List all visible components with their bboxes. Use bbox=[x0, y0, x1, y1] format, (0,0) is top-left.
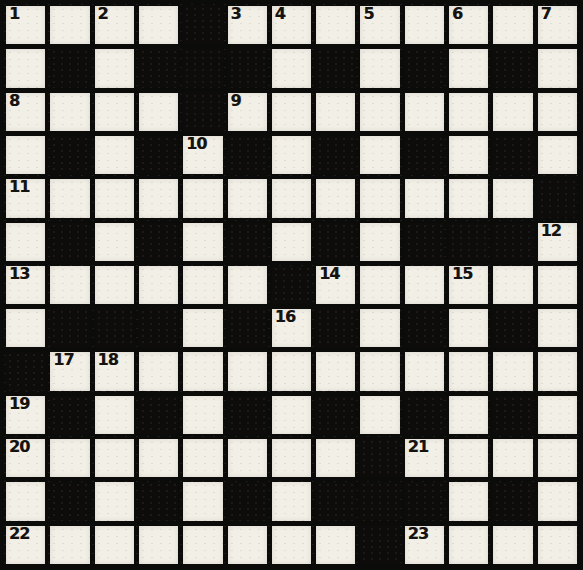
white-cell[interactable] bbox=[449, 482, 488, 520]
black-cell bbox=[139, 309, 178, 347]
black-cell bbox=[183, 6, 222, 44]
white-cell[interactable] bbox=[360, 309, 399, 347]
white-cell[interactable] bbox=[95, 526, 134, 564]
clue-number: 2 bbox=[98, 6, 108, 23]
black-cell bbox=[228, 223, 267, 261]
white-cell[interactable]: 15 bbox=[449, 266, 488, 304]
black-cell bbox=[493, 309, 532, 347]
white-cell[interactable]: 7 bbox=[538, 6, 577, 44]
white-cell[interactable] bbox=[6, 49, 45, 87]
clue-number: 10 bbox=[186, 136, 206, 153]
clue-number: 18 bbox=[98, 352, 118, 369]
white-cell[interactable] bbox=[95, 266, 134, 304]
white-cell[interactable] bbox=[95, 223, 134, 261]
white-cell[interactable] bbox=[6, 482, 45, 520]
black-cell bbox=[50, 309, 89, 347]
white-cell[interactable] bbox=[316, 526, 355, 564]
white-cell[interactable] bbox=[228, 352, 267, 390]
white-cell[interactable] bbox=[183, 352, 222, 390]
black-cell bbox=[139, 396, 178, 434]
white-cell[interactable] bbox=[316, 439, 355, 477]
white-cell[interactable] bbox=[449, 439, 488, 477]
white-cell[interactable] bbox=[183, 526, 222, 564]
white-cell[interactable] bbox=[449, 352, 488, 390]
white-cell[interactable] bbox=[95, 482, 134, 520]
clue-number: 15 bbox=[452, 266, 472, 283]
black-cell bbox=[228, 482, 267, 520]
white-cell[interactable] bbox=[316, 93, 355, 131]
white-cell[interactable] bbox=[272, 179, 311, 217]
white-cell[interactable] bbox=[405, 179, 444, 217]
white-cell[interactable]: 4 bbox=[272, 6, 311, 44]
clue-number: 12 bbox=[541, 223, 561, 240]
black-cell bbox=[183, 93, 222, 131]
white-cell[interactable]: 19 bbox=[6, 396, 45, 434]
white-cell[interactable]: 9 bbox=[228, 93, 267, 131]
white-cell[interactable] bbox=[139, 439, 178, 477]
white-cell[interactable] bbox=[316, 352, 355, 390]
black-cell bbox=[50, 136, 89, 174]
white-cell[interactable] bbox=[272, 93, 311, 131]
white-cell[interactable] bbox=[272, 136, 311, 174]
white-cell[interactable] bbox=[449, 526, 488, 564]
white-cell[interactable] bbox=[95, 439, 134, 477]
black-cell bbox=[405, 309, 444, 347]
white-cell[interactable] bbox=[183, 439, 222, 477]
white-cell[interactable] bbox=[493, 526, 532, 564]
white-cell[interactable] bbox=[405, 266, 444, 304]
clue-number: 7 bbox=[541, 6, 551, 23]
white-cell[interactable] bbox=[360, 179, 399, 217]
white-cell[interactable] bbox=[6, 223, 45, 261]
black-cell bbox=[139, 482, 178, 520]
black-cell bbox=[50, 49, 89, 87]
black-cell bbox=[405, 482, 444, 520]
black-cell bbox=[538, 179, 577, 217]
white-cell[interactable]: 16 bbox=[272, 309, 311, 347]
white-cell[interactable] bbox=[183, 396, 222, 434]
black-cell bbox=[449, 223, 488, 261]
crossword-puzzle: 1234567891011121314151617181920212223 bbox=[0, 0, 583, 570]
white-cell[interactable] bbox=[139, 93, 178, 131]
black-cell bbox=[405, 49, 444, 87]
white-cell[interactable] bbox=[405, 6, 444, 44]
white-cell[interactable] bbox=[272, 223, 311, 261]
white-cell[interactable] bbox=[183, 266, 222, 304]
black-cell bbox=[228, 396, 267, 434]
black-cell bbox=[493, 396, 532, 434]
white-cell[interactable] bbox=[228, 266, 267, 304]
white-cell[interactable]: 3 bbox=[228, 6, 267, 44]
white-cell[interactable] bbox=[228, 526, 267, 564]
white-cell[interactable] bbox=[139, 526, 178, 564]
white-cell[interactable] bbox=[272, 396, 311, 434]
white-cell[interactable] bbox=[6, 136, 45, 174]
black-cell bbox=[405, 223, 444, 261]
white-cell[interactable]: 2 bbox=[95, 6, 134, 44]
clue-number: 14 bbox=[319, 266, 339, 283]
clue-number: 8 bbox=[9, 93, 19, 110]
black-cell bbox=[493, 49, 532, 87]
white-cell[interactable]: 10 bbox=[183, 136, 222, 174]
white-cell[interactable] bbox=[493, 179, 532, 217]
black-cell bbox=[316, 482, 355, 520]
clue-number: 1 bbox=[9, 6, 19, 23]
black-cell bbox=[316, 136, 355, 174]
clue-number: 22 bbox=[9, 526, 29, 543]
clue-number: 6 bbox=[452, 6, 462, 23]
white-cell[interactable] bbox=[405, 93, 444, 131]
white-cell[interactable] bbox=[95, 179, 134, 217]
black-cell bbox=[139, 136, 178, 174]
clue-number: 19 bbox=[9, 396, 29, 413]
white-cell[interactable] bbox=[405, 352, 444, 390]
white-cell[interactable] bbox=[139, 6, 178, 44]
clue-number: 23 bbox=[408, 526, 428, 543]
black-cell bbox=[360, 526, 399, 564]
black-cell bbox=[95, 309, 134, 347]
white-cell[interactable] bbox=[449, 396, 488, 434]
white-cell[interactable] bbox=[272, 526, 311, 564]
white-cell[interactable] bbox=[538, 93, 577, 131]
white-cell[interactable] bbox=[95, 396, 134, 434]
clue-number: 4 bbox=[275, 6, 285, 23]
black-cell bbox=[272, 266, 311, 304]
black-cell bbox=[493, 223, 532, 261]
black-cell bbox=[360, 439, 399, 477]
white-cell[interactable] bbox=[228, 439, 267, 477]
white-cell[interactable] bbox=[139, 352, 178, 390]
white-cell[interactable] bbox=[272, 49, 311, 87]
white-cell[interactable] bbox=[50, 439, 89, 477]
white-cell[interactable]: 18 bbox=[95, 352, 134, 390]
clue-number: 16 bbox=[275, 309, 295, 326]
white-cell[interactable]: 22 bbox=[6, 526, 45, 564]
black-cell bbox=[139, 49, 178, 87]
black-cell bbox=[228, 49, 267, 87]
white-cell[interactable]: 13 bbox=[6, 266, 45, 304]
clue-number: 9 bbox=[231, 93, 241, 110]
white-cell[interactable] bbox=[95, 49, 134, 87]
white-cell[interactable] bbox=[50, 266, 89, 304]
black-cell bbox=[183, 49, 222, 87]
white-cell[interactable] bbox=[538, 136, 577, 174]
white-cell[interactable]: 6 bbox=[449, 6, 488, 44]
white-cell[interactable] bbox=[272, 352, 311, 390]
white-cell[interactable]: 5 bbox=[360, 6, 399, 44]
white-cell[interactable] bbox=[360, 266, 399, 304]
white-cell[interactable] bbox=[272, 482, 311, 520]
white-cell[interactable] bbox=[449, 179, 488, 217]
clue-number: 13 bbox=[9, 266, 29, 283]
black-cell bbox=[50, 482, 89, 520]
black-cell bbox=[316, 396, 355, 434]
white-cell[interactable] bbox=[449, 49, 488, 87]
white-cell[interactable] bbox=[538, 526, 577, 564]
white-cell[interactable] bbox=[493, 266, 532, 304]
white-cell[interactable] bbox=[493, 93, 532, 131]
clue-number: 20 bbox=[9, 439, 29, 456]
white-cell[interactable]: 23 bbox=[405, 526, 444, 564]
black-cell bbox=[405, 136, 444, 174]
clue-number: 3 bbox=[231, 6, 241, 23]
black-cell bbox=[50, 396, 89, 434]
white-cell[interactable] bbox=[228, 179, 267, 217]
black-cell bbox=[316, 49, 355, 87]
white-cell[interactable] bbox=[449, 136, 488, 174]
white-cell[interactable]: 21 bbox=[405, 439, 444, 477]
white-cell[interactable] bbox=[360, 396, 399, 434]
white-cell[interactable] bbox=[360, 352, 399, 390]
white-cell[interactable]: 17 bbox=[50, 352, 89, 390]
white-cell[interactable] bbox=[183, 223, 222, 261]
white-cell[interactable] bbox=[538, 396, 577, 434]
white-cell[interactable] bbox=[139, 266, 178, 304]
white-cell[interactable] bbox=[183, 309, 222, 347]
white-cell[interactable]: 8 bbox=[6, 93, 45, 131]
white-cell[interactable] bbox=[50, 93, 89, 131]
white-cell[interactable] bbox=[538, 309, 577, 347]
white-cell[interactable] bbox=[183, 179, 222, 217]
white-cell[interactable] bbox=[493, 352, 532, 390]
black-cell bbox=[139, 223, 178, 261]
black-cell bbox=[316, 309, 355, 347]
clue-number: 11 bbox=[9, 179, 29, 196]
black-cell bbox=[493, 136, 532, 174]
white-cell[interactable] bbox=[6, 309, 45, 347]
white-cell[interactable] bbox=[50, 6, 89, 44]
white-cell[interactable]: 14 bbox=[316, 266, 355, 304]
white-cell[interactable] bbox=[493, 6, 532, 44]
white-cell[interactable] bbox=[95, 93, 134, 131]
white-cell[interactable] bbox=[449, 309, 488, 347]
white-cell[interactable] bbox=[493, 439, 532, 477]
white-cell[interactable]: 11 bbox=[6, 179, 45, 217]
white-cell[interactable] bbox=[360, 93, 399, 131]
white-cell[interactable] bbox=[272, 439, 311, 477]
black-cell bbox=[316, 223, 355, 261]
clue-number: 5 bbox=[363, 6, 373, 23]
clue-number: 17 bbox=[53, 352, 73, 369]
black-cell bbox=[493, 482, 532, 520]
crossword-board: 1234567891011121314151617181920212223 bbox=[6, 6, 577, 564]
white-cell[interactable] bbox=[95, 136, 134, 174]
white-cell[interactable] bbox=[360, 136, 399, 174]
white-cell[interactable] bbox=[316, 179, 355, 217]
black-cell bbox=[6, 352, 45, 390]
white-cell[interactable] bbox=[139, 179, 178, 217]
white-cell[interactable] bbox=[360, 223, 399, 261]
white-cell[interactable] bbox=[50, 526, 89, 564]
white-cell[interactable]: 20 bbox=[6, 439, 45, 477]
white-cell[interactable] bbox=[538, 49, 577, 87]
black-cell bbox=[50, 223, 89, 261]
white-cell[interactable] bbox=[538, 439, 577, 477]
white-cell[interactable] bbox=[538, 482, 577, 520]
black-cell bbox=[360, 482, 399, 520]
white-cell[interactable]: 1 bbox=[6, 6, 45, 44]
white-cell[interactable] bbox=[538, 352, 577, 390]
black-cell bbox=[405, 396, 444, 434]
black-cell bbox=[228, 136, 267, 174]
white-cell[interactable] bbox=[316, 6, 355, 44]
white-cell[interactable] bbox=[183, 482, 222, 520]
white-cell[interactable]: 12 bbox=[538, 223, 577, 261]
white-cell[interactable] bbox=[50, 179, 89, 217]
white-cell[interactable] bbox=[538, 266, 577, 304]
black-cell bbox=[228, 309, 267, 347]
white-cell[interactable] bbox=[360, 49, 399, 87]
clue-number: 21 bbox=[408, 439, 428, 456]
white-cell[interactable] bbox=[449, 93, 488, 131]
